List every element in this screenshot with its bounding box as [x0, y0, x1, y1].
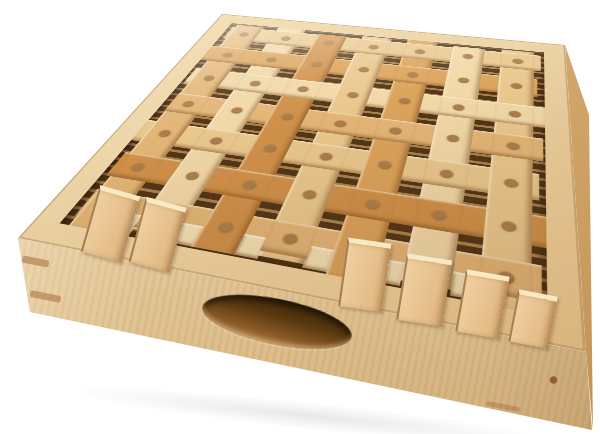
- product-photo-wooden-plank-tray: [0, 0, 600, 434]
- dowel-pin: [414, 49, 425, 55]
- wood-knot: [549, 376, 558, 384]
